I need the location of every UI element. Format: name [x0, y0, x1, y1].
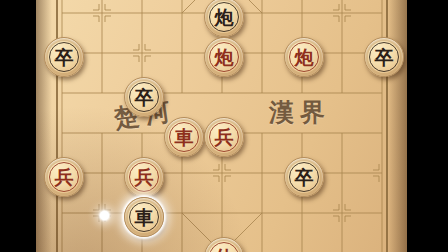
board-grid: 炮卒炮炮卒卒車兵兵兵卒車仕	[42, 0, 402, 252]
red-pawn-piece[interactable]: 兵	[44, 157, 84, 197]
red-pawn-piece[interactable]: 兵	[204, 117, 244, 157]
board-point-f0r7[interactable]	[42, 193, 82, 233]
board-point-f2r7[interactable]: 車	[122, 193, 162, 233]
board-point-f3r2[interactable]	[162, 0, 202, 33]
board-point-f6r8[interactable]	[282, 233, 322, 252]
board-point-f4r2[interactable]: 炮	[202, 0, 242, 33]
board-point-f3r6[interactable]	[162, 153, 202, 193]
board-point-f6r3[interactable]: 炮	[282, 33, 322, 73]
piece-character: 兵	[135, 167, 154, 186]
board-point-f1r7[interactable]	[82, 193, 122, 233]
board-point-f8r7[interactable]	[362, 193, 402, 233]
board-point-f0r3[interactable]: 卒	[42, 33, 82, 73]
game-screen: 楚河 漢界 炮卒炮炮卒卒車兵兵兵卒車仕	[0, 0, 448, 252]
piece-character: 炮	[295, 47, 314, 66]
board-point-f5r7[interactable]	[242, 193, 282, 233]
piece-character: 車	[135, 207, 154, 226]
black-pawn-piece[interactable]: 卒	[364, 37, 404, 77]
board-point-f8r3[interactable]: 卒	[362, 33, 402, 73]
board-point-f3r4[interactable]	[162, 73, 202, 113]
board-point-f5r3[interactable]	[242, 33, 282, 73]
board-point-f6r6[interactable]: 卒	[282, 153, 322, 193]
board-point-f1r3[interactable]	[82, 33, 122, 73]
last-move-origin-dot	[100, 211, 109, 220]
board-point-f3r5[interactable]: 車	[162, 113, 202, 153]
board-point-f7r2[interactable]	[322, 0, 362, 33]
board-point-f0r6[interactable]: 兵	[42, 153, 82, 193]
piece-character: 兵	[55, 167, 74, 186]
board-point-f2r3[interactable]	[122, 33, 162, 73]
board-point-f1r2[interactable]	[82, 0, 122, 33]
board-point-f0r8[interactable]	[42, 233, 82, 252]
board-point-f5r5[interactable]	[242, 113, 282, 153]
piece-character: 仕	[215, 247, 234, 252]
board-point-f5r4[interactable]	[242, 73, 282, 113]
board-point-f4r8[interactable]: 仕	[202, 233, 242, 252]
board-point-f5r6[interactable]	[242, 153, 282, 193]
letterbox-left	[0, 0, 36, 252]
board-point-f3r7[interactable]	[162, 193, 202, 233]
piece-character: 卒	[295, 167, 314, 186]
black-chariot-piece[interactable]: 車	[124, 197, 164, 237]
board-point-f1r8[interactable]	[82, 233, 122, 252]
board-point-f2r4[interactable]: 卒	[122, 73, 162, 113]
board-point-f0r2[interactable]	[42, 0, 82, 33]
piece-character: 車	[175, 127, 194, 146]
board-point-f5r8[interactable]	[242, 233, 282, 252]
black-pawn-piece[interactable]: 卒	[44, 37, 84, 77]
board-point-f0r4[interactable]	[42, 73, 82, 113]
board-point-f6r4[interactable]	[282, 73, 322, 113]
red-cannon-piece[interactable]: 炮	[204, 37, 244, 77]
red-advisor-piece[interactable]: 仕	[204, 237, 244, 252]
board-point-f6r7[interactable]	[282, 193, 322, 233]
board-point-f3r8[interactable]	[162, 233, 202, 252]
board-point-f8r2[interactable]	[362, 0, 402, 33]
board-point-f0r5[interactable]	[42, 113, 82, 153]
black-pawn-piece[interactable]: 卒	[124, 77, 164, 117]
board-point-f1r6[interactable]	[82, 153, 122, 193]
piece-character: 卒	[55, 47, 74, 66]
board-point-f4r6[interactable]	[202, 153, 242, 193]
board-point-f7r5[interactable]	[322, 113, 362, 153]
board-point-f5r2[interactable]	[242, 0, 282, 33]
board-point-f2r2[interactable]	[122, 0, 162, 33]
board-point-f4r4[interactable]	[202, 73, 242, 113]
red-chariot-piece[interactable]: 車	[164, 117, 204, 157]
board-point-f3r3[interactable]	[162, 33, 202, 73]
piece-character: 兵	[215, 127, 234, 146]
board-point-f2r6[interactable]: 兵	[122, 153, 162, 193]
black-pawn-piece[interactable]: 卒	[284, 157, 324, 197]
board-point-f4r3[interactable]: 炮	[202, 33, 242, 73]
board-point-f8r4[interactable]	[362, 73, 402, 113]
letterbox-right	[407, 0, 448, 252]
piece-character: 卒	[375, 47, 394, 66]
board-point-f6r2[interactable]	[282, 0, 322, 33]
board-point-f8r6[interactable]	[362, 153, 402, 193]
board-point-f2r5[interactable]	[122, 113, 162, 153]
board-point-f8r8[interactable]	[362, 233, 402, 252]
piece-character: 炮	[215, 47, 234, 66]
board-point-f7r8[interactable]	[322, 233, 362, 252]
piece-character: 卒	[135, 87, 154, 106]
board-point-f8r5[interactable]	[362, 113, 402, 153]
piece-character: 炮	[215, 7, 234, 26]
board-point-f7r6[interactable]	[322, 153, 362, 193]
board-point-f1r4[interactable]	[82, 73, 122, 113]
board-point-f1r5[interactable]	[82, 113, 122, 153]
black-cannon-piece[interactable]: 炮	[204, 0, 244, 37]
board-point-f7r7[interactable]	[322, 193, 362, 233]
board-point-f4r5[interactable]: 兵	[202, 113, 242, 153]
board-point-f7r3[interactable]	[322, 33, 362, 73]
board-point-f6r5[interactable]	[282, 113, 322, 153]
board-point-f4r7[interactable]	[202, 193, 242, 233]
red-cannon-piece[interactable]: 炮	[284, 37, 324, 77]
red-pawn-piece[interactable]: 兵	[124, 157, 164, 197]
board-point-f2r8[interactable]	[122, 233, 162, 252]
board-point-f7r4[interactable]	[322, 73, 362, 113]
